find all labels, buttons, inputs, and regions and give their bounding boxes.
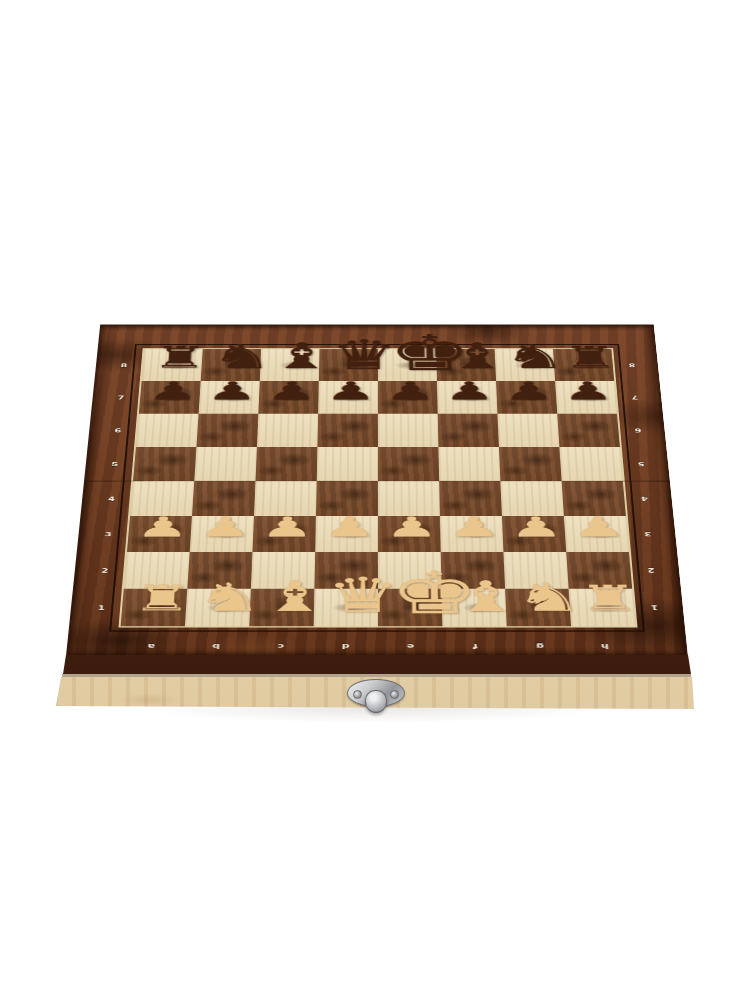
black-rook-glyph: ♜ [562, 343, 603, 373]
white-pawn-glyph: ♟ [385, 513, 431, 541]
rank-label-right-1: 1 [643, 604, 665, 611]
rank-label-left-3: 3 [97, 531, 119, 538]
rank-label-left-1: 1 [90, 604, 112, 611]
black-pawn-glyph: ♟ [385, 378, 429, 403]
black-queen-glyph: ♛ [330, 334, 366, 375]
black-pawn-glyph: ♟ [562, 378, 608, 403]
white-king-glyph: ♚ [390, 563, 429, 621]
white-pawn-glyph: ♟ [260, 513, 307, 541]
file-label-a: a [119, 642, 184, 650]
rank-label-right-4: 4 [634, 496, 655, 502]
rank-label-right-5: 5 [630, 461, 651, 467]
rank-label-right-6: 6 [627, 427, 648, 433]
white-queen-glyph: ♛ [326, 571, 365, 619]
rank-label-left-2: 2 [94, 567, 116, 574]
black-pawn-glyph: ♟ [206, 378, 251, 403]
black-king-glyph: ♚ [389, 328, 425, 377]
clasp-screw-right [390, 690, 399, 699]
square-c6 [257, 414, 318, 447]
black-pawn-glyph: ♟ [147, 378, 193, 403]
rank-label-left-7: 7 [111, 395, 132, 401]
white-pawn-glyph: ♟ [323, 513, 369, 541]
file-label-g: g [507, 642, 572, 650]
white-knight-glyph: ♞ [514, 578, 559, 617]
chess-set-scene: 1122334455667788abcdefgh ♜♞♝♛♚♝♞♜♟♟♟♟♟♟♟… [0, 0, 750, 1000]
square-f6 [438, 414, 499, 447]
square-a5 [133, 447, 196, 481]
rank-label-left-5: 5 [104, 461, 125, 467]
square-c5 [255, 447, 317, 481]
square-b6 [196, 414, 258, 447]
square-b5 [194, 447, 257, 481]
black-pawn-glyph: ♟ [325, 378, 369, 403]
black-pawn-glyph: ♟ [444, 378, 489, 403]
black-pawn-glyph: ♟ [503, 378, 548, 403]
product-photo-stage: 1122334455667788abcdefgh ♜♞♝♛♚♝♞♜♟♟♟♟♟♟♟… [0, 0, 750, 1000]
square-f5 [438, 447, 500, 481]
white-rook-glyph: ♜ [578, 581, 623, 616]
rank-label-right-2: 2 [640, 567, 662, 574]
square-h6 [557, 414, 620, 447]
white-bishop-glyph: ♝ [261, 576, 302, 618]
rank-label-left-8: 8 [114, 362, 134, 368]
chess-board: 1122334455667788abcdefgh ♜♞♝♛♚♝♞♜♟♟♟♟♟♟♟… [66, 324, 688, 656]
rank-label-left-6: 6 [107, 427, 128, 433]
black-pawn-glyph: ♟ [266, 378, 311, 403]
file-label-b: b [183, 642, 248, 650]
rank-label-right-7: 7 [624, 395, 645, 401]
square-a6 [136, 414, 199, 447]
white-pawn-glyph: ♟ [198, 513, 246, 541]
black-bishop-glyph: ♝ [270, 338, 307, 373]
square-e5 [378, 447, 439, 481]
white-rook-glyph: ♜ [131, 581, 176, 616]
black-knight-glyph: ♞ [210, 340, 252, 373]
white-knight-glyph: ♞ [195, 578, 240, 617]
white-pawn-glyph: ♟ [447, 513, 494, 541]
rank-label-right-3: 3 [637, 531, 659, 538]
square-h5 [559, 447, 622, 481]
file-label-c: c [248, 642, 313, 650]
square-d5 [317, 447, 378, 481]
fold-seam [85, 481, 669, 482]
square-g5 [499, 447, 562, 481]
square-g6 [497, 414, 559, 447]
file-label-e: e [378, 642, 443, 650]
rank-label-right-8: 8 [622, 362, 642, 368]
clasp-screw-left [353, 690, 362, 699]
square-d6 [317, 414, 377, 447]
file-label-d: d [313, 642, 378, 650]
clasp-knob [365, 690, 387, 713]
rank-label-left-4: 4 [101, 496, 122, 502]
black-rook-glyph: ♜ [151, 343, 192, 373]
file-label-h: h [572, 642, 637, 650]
white-pawn-glyph: ♟ [571, 513, 619, 541]
white-pawn-glyph: ♟ [509, 513, 557, 541]
square-e6 [378, 414, 439, 447]
file-label-f: f [443, 642, 508, 650]
black-knight-glyph: ♞ [503, 340, 545, 373]
white-pawn-glyph: ♟ [135, 513, 183, 541]
